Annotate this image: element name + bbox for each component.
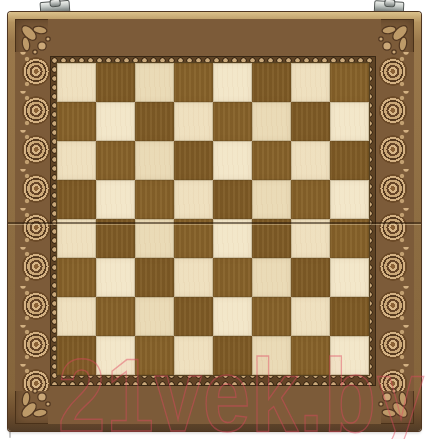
square-a6 bbox=[57, 141, 96, 180]
square-g7 bbox=[291, 102, 330, 141]
square-f3 bbox=[252, 258, 291, 297]
carved-border-bottom bbox=[48, 387, 381, 424]
square-g2 bbox=[291, 297, 330, 336]
square-c5 bbox=[135, 180, 174, 219]
square-e6 bbox=[213, 141, 252, 180]
square-d3 bbox=[174, 258, 213, 297]
square-h5 bbox=[330, 180, 369, 219]
square-c2 bbox=[135, 297, 174, 336]
square-e3 bbox=[213, 258, 252, 297]
square-h6 bbox=[330, 141, 369, 180]
square-h7 bbox=[330, 102, 369, 141]
carved-corner-bottom-right bbox=[374, 384, 414, 424]
square-h2 bbox=[330, 297, 369, 336]
square-d5 bbox=[174, 180, 213, 219]
square-b2 bbox=[96, 297, 135, 336]
square-d6 bbox=[174, 141, 213, 180]
square-h8 bbox=[330, 63, 369, 102]
square-e5 bbox=[213, 180, 252, 219]
square-h3 bbox=[330, 258, 369, 297]
square-g6 bbox=[291, 141, 330, 180]
square-f6 bbox=[252, 141, 291, 180]
corner-shadow bbox=[9, 431, 11, 438]
square-f7 bbox=[252, 102, 291, 141]
square-b8 bbox=[96, 63, 135, 102]
square-d1 bbox=[174, 336, 213, 375]
square-g1 bbox=[291, 336, 330, 375]
square-c1 bbox=[135, 336, 174, 375]
square-e2 bbox=[213, 297, 252, 336]
square-c8 bbox=[135, 63, 174, 102]
square-e7 bbox=[213, 102, 252, 141]
square-a5 bbox=[57, 180, 96, 219]
square-b6 bbox=[96, 141, 135, 180]
square-g5 bbox=[291, 180, 330, 219]
square-b3 bbox=[96, 258, 135, 297]
carved-border-top bbox=[48, 19, 381, 56]
square-a1 bbox=[57, 336, 96, 375]
square-d2 bbox=[174, 297, 213, 336]
square-d8 bbox=[174, 63, 213, 102]
carved-corner-top-left bbox=[15, 19, 55, 59]
square-f8 bbox=[252, 63, 291, 102]
square-d7 bbox=[174, 102, 213, 141]
square-a8 bbox=[57, 63, 96, 102]
square-g3 bbox=[291, 258, 330, 297]
carved-corner-bottom-left bbox=[15, 384, 55, 424]
product-photo-chess-board: 21vek.by bbox=[0, 0, 430, 439]
chess-board bbox=[8, 12, 421, 431]
square-c6 bbox=[135, 141, 174, 180]
fold-seam bbox=[8, 222, 421, 225]
square-h1 bbox=[330, 336, 369, 375]
square-c7 bbox=[135, 102, 174, 141]
square-f1 bbox=[252, 336, 291, 375]
square-g8 bbox=[291, 63, 330, 102]
playing-grid bbox=[57, 63, 369, 375]
square-f2 bbox=[252, 297, 291, 336]
square-a2 bbox=[57, 297, 96, 336]
square-b5 bbox=[96, 180, 135, 219]
square-b7 bbox=[96, 102, 135, 141]
square-c3 bbox=[135, 258, 174, 297]
square-e1 bbox=[213, 336, 252, 375]
square-e8 bbox=[213, 63, 252, 102]
square-a7 bbox=[57, 102, 96, 141]
square-b1 bbox=[96, 336, 135, 375]
carved-corner-top-right bbox=[374, 19, 414, 59]
square-a3 bbox=[57, 258, 96, 297]
square-f5 bbox=[252, 180, 291, 219]
